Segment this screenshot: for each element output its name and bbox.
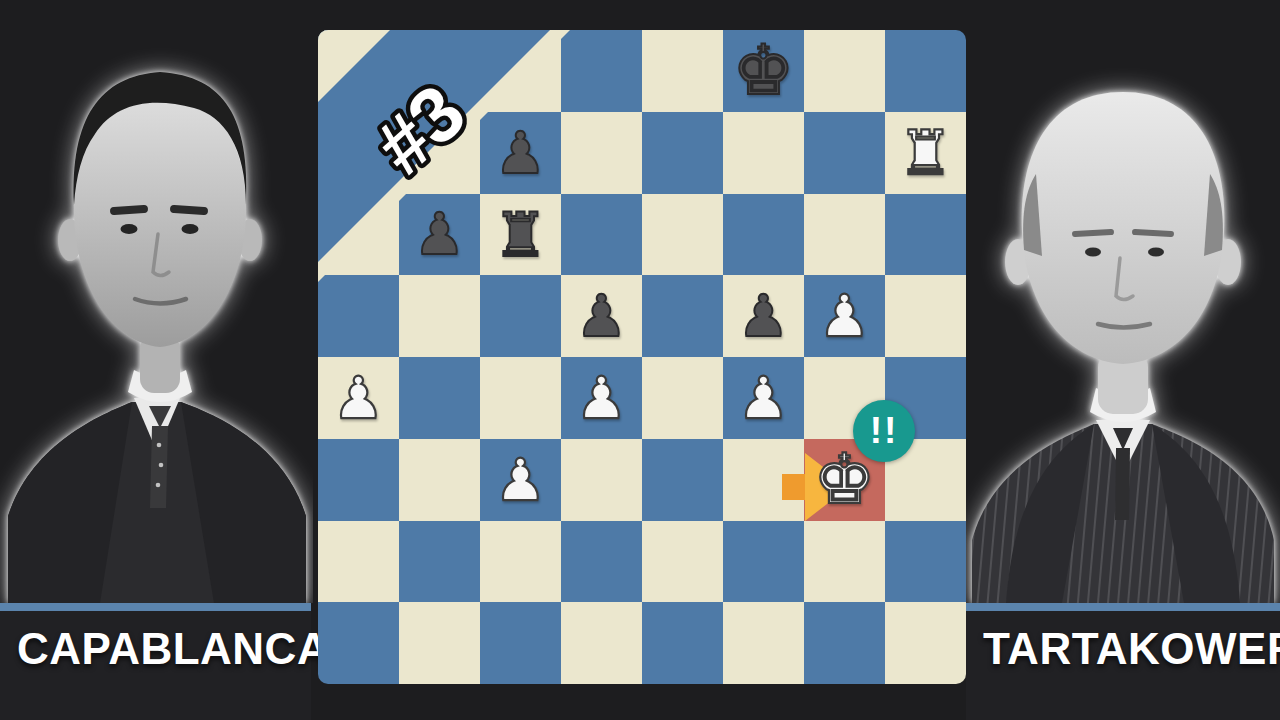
square-e5[interactable] — [642, 275, 723, 357]
square-e4[interactable] — [642, 357, 723, 439]
square-f8[interactable]: ♚ — [723, 30, 804, 112]
brilliant-move-symbol: !! — [870, 410, 899, 452]
square-g7[interactable] — [804, 112, 885, 194]
tartakower-photo — [966, 0, 1280, 603]
square-e7[interactable] — [642, 112, 723, 194]
square-d8[interactable] — [561, 30, 642, 112]
white-pawn[interactable]: ♟ — [576, 369, 628, 427]
square-c3[interactable]: ♟ — [480, 439, 561, 521]
chess-board: #3 !! ♚♟♜♟♜♟♟♟♟♟♟♟♚ — [318, 30, 966, 684]
square-a2[interactable] — [318, 521, 399, 603]
square-h7[interactable]: ♜ — [885, 112, 966, 194]
square-g6[interactable] — [804, 194, 885, 276]
square-e1[interactable] — [642, 602, 723, 684]
square-b8[interactable] — [399, 30, 480, 112]
white-pawn[interactable]: ♟ — [333, 369, 385, 427]
black-rook[interactable]: ♜ — [493, 204, 548, 265]
square-b1[interactable] — [399, 602, 480, 684]
square-d7[interactable] — [561, 112, 642, 194]
square-a5[interactable] — [318, 275, 399, 357]
square-h8[interactable] — [885, 30, 966, 112]
square-c8[interactable] — [480, 30, 561, 112]
black-pawn[interactable]: ♟ — [576, 287, 628, 345]
square-g8[interactable] — [804, 30, 885, 112]
square-f5[interactable]: ♟ — [723, 275, 804, 357]
capablanca-portrait-art — [0, 0, 313, 603]
square-d3[interactable] — [561, 439, 642, 521]
square-b4[interactable] — [399, 357, 480, 439]
black-king[interactable]: ♚ — [733, 36, 795, 105]
square-f1[interactable] — [723, 602, 804, 684]
square-h2[interactable] — [885, 521, 966, 603]
square-e6[interactable] — [642, 194, 723, 276]
white-rook[interactable]: ♜ — [898, 122, 953, 183]
square-h1[interactable] — [885, 602, 966, 684]
square-e8[interactable] — [642, 30, 723, 112]
accent-strip-right — [966, 603, 1280, 611]
square-g1[interactable] — [804, 602, 885, 684]
square-b2[interactable] — [399, 521, 480, 603]
square-e2[interactable] — [642, 521, 723, 603]
square-c6[interactable]: ♜ — [480, 194, 561, 276]
square-d2[interactable] — [561, 521, 642, 603]
square-f4[interactable]: ♟ — [723, 357, 804, 439]
square-a6[interactable] — [318, 194, 399, 276]
accent-strip-left — [0, 603, 311, 611]
square-a8[interactable] — [318, 30, 399, 112]
player-name-right: TARTAKOWER — [966, 611, 1280, 720]
black-pawn[interactable]: ♟ — [495, 124, 547, 182]
black-pawn[interactable]: ♟ — [738, 287, 790, 345]
square-d5[interactable]: ♟ — [561, 275, 642, 357]
square-c1[interactable] — [480, 602, 561, 684]
square-h5[interactable] — [885, 275, 966, 357]
square-a3[interactable] — [318, 439, 399, 521]
square-h6[interactable] — [885, 194, 966, 276]
square-d1[interactable] — [561, 602, 642, 684]
square-b5[interactable] — [399, 275, 480, 357]
square-a4[interactable]: ♟ — [318, 357, 399, 439]
brilliant-move-badge: !! — [853, 400, 915, 462]
white-pawn[interactable]: ♟ — [495, 451, 547, 509]
square-e3[interactable] — [642, 439, 723, 521]
black-pawn[interactable]: ♟ — [414, 205, 466, 263]
square-f2[interactable] — [723, 521, 804, 603]
square-d4[interactable]: ♟ — [561, 357, 642, 439]
white-pawn[interactable]: ♟ — [819, 287, 871, 345]
square-f3[interactable] — [723, 439, 804, 521]
square-f7[interactable] — [723, 112, 804, 194]
square-b3[interactable] — [399, 439, 480, 521]
square-f6[interactable] — [723, 194, 804, 276]
square-g2[interactable] — [804, 521, 885, 603]
square-c2[interactable] — [480, 521, 561, 603]
square-b7[interactable] — [399, 112, 480, 194]
square-a1[interactable] — [318, 602, 399, 684]
thumbnail-stage: CAPABLANCA TARTAKOWER #3 !! ♚♟♜♟♜♟♟♟♟♟♟♟… — [0, 0, 1280, 720]
white-pawn[interactable]: ♟ — [738, 369, 790, 427]
square-c5[interactable] — [480, 275, 561, 357]
square-b6[interactable]: ♟ — [399, 194, 480, 276]
player-name-left: CAPABLANCA — [0, 611, 311, 720]
square-d6[interactable] — [561, 194, 642, 276]
square-c7[interactable]: ♟ — [480, 112, 561, 194]
square-c4[interactable] — [480, 357, 561, 439]
capablanca-photo — [0, 0, 313, 603]
square-a7[interactable] — [318, 112, 399, 194]
square-g5[interactable]: ♟ — [804, 275, 885, 357]
tartakower-portrait-art — [966, 0, 1280, 603]
